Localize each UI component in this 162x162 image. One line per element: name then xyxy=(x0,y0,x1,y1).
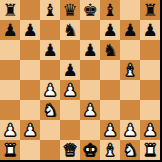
square-c7[interactable] xyxy=(40,20,60,40)
black-knight-piece: ♞ xyxy=(60,20,80,40)
square-a1[interactable]: ♜ xyxy=(0,140,20,160)
square-g7[interactable]: ♟ xyxy=(120,20,140,40)
square-e4[interactable] xyxy=(80,80,100,100)
chess-board: ♜♝♛♚♝♜♟♟♞♟♟♟♟♟♞♟♝♟♟♞♟♟♟♟♟♟♜♛♚♝♞♜ xyxy=(0,0,160,160)
square-e1[interactable]: ♚ xyxy=(80,140,100,160)
square-f4[interactable] xyxy=(100,80,120,100)
square-b5[interactable] xyxy=(20,60,40,80)
square-d5[interactable]: ♟ xyxy=(60,60,80,80)
square-b8[interactable] xyxy=(20,0,40,20)
square-a2[interactable]: ♟ xyxy=(0,120,20,140)
square-h5[interactable] xyxy=(140,60,160,80)
square-h4[interactable] xyxy=(140,80,160,100)
square-c5[interactable] xyxy=(40,60,60,80)
white-bishop-piece: ♝ xyxy=(120,60,140,80)
square-f7[interactable]: ♟ xyxy=(100,20,120,40)
square-a7[interactable]: ♟ xyxy=(0,20,20,40)
square-d1[interactable]: ♛ xyxy=(60,140,80,160)
square-g4[interactable] xyxy=(120,80,140,100)
square-f2[interactable]: ♟ xyxy=(100,120,120,140)
square-e6[interactable]: ♟ xyxy=(80,40,100,60)
black-pawn-piece: ♟ xyxy=(40,40,60,60)
square-d3[interactable] xyxy=(60,100,80,120)
square-a3[interactable] xyxy=(0,100,20,120)
square-h1[interactable]: ♜ xyxy=(140,140,160,160)
square-b7[interactable]: ♟ xyxy=(20,20,40,40)
white-bishop-piece: ♝ xyxy=(100,140,120,160)
square-b2[interactable]: ♟ xyxy=(20,120,40,140)
square-d8[interactable]: ♛ xyxy=(60,0,80,20)
square-g5[interactable]: ♝ xyxy=(120,60,140,80)
white-queen-piece: ♛ xyxy=(60,140,80,160)
black-pawn-piece: ♟ xyxy=(80,40,100,60)
square-d6[interactable] xyxy=(60,40,80,60)
square-g1[interactable]: ♞ xyxy=(120,140,140,160)
white-pawn-piece: ♟ xyxy=(120,120,140,140)
black-queen-piece: ♛ xyxy=(60,0,80,20)
white-pawn-piece: ♟ xyxy=(100,120,120,140)
square-e5[interactable] xyxy=(80,60,100,80)
square-c6[interactable]: ♟ xyxy=(40,40,60,60)
white-pawn-piece: ♟ xyxy=(0,120,20,140)
square-e8[interactable]: ♚ xyxy=(80,0,100,20)
square-g2[interactable]: ♟ xyxy=(120,120,140,140)
white-pawn-piece: ♟ xyxy=(40,80,60,100)
black-pawn-piece: ♟ xyxy=(120,20,140,40)
black-rook-piece: ♜ xyxy=(0,0,20,20)
black-pawn-piece: ♟ xyxy=(140,20,160,40)
square-c1[interactable] xyxy=(40,140,60,160)
square-d7[interactable]: ♞ xyxy=(60,20,80,40)
square-b3[interactable] xyxy=(20,100,40,120)
square-b4[interactable] xyxy=(20,80,40,100)
black-bishop-piece: ♝ xyxy=(40,0,60,20)
page: { "game": "chess", "position": { "fen": … xyxy=(0,0,162,162)
square-f3[interactable] xyxy=(100,100,120,120)
square-f1[interactable]: ♝ xyxy=(100,140,120,160)
square-d2[interactable] xyxy=(60,120,80,140)
square-f5[interactable] xyxy=(100,60,120,80)
square-c3[interactable]: ♞ xyxy=(40,100,60,120)
square-b6[interactable] xyxy=(20,40,40,60)
black-rook-piece: ♜ xyxy=(140,0,160,20)
square-g6[interactable] xyxy=(120,40,140,60)
black-pawn-piece: ♟ xyxy=(100,20,120,40)
square-h6[interactable] xyxy=(140,40,160,60)
black-pawn-piece: ♟ xyxy=(20,20,40,40)
black-pawn-piece: ♟ xyxy=(0,20,20,40)
square-h7[interactable]: ♟ xyxy=(140,20,160,40)
square-c4[interactable]: ♟ xyxy=(40,80,60,100)
square-a6[interactable] xyxy=(0,40,20,60)
white-pawn-piece: ♟ xyxy=(60,80,80,100)
square-a5[interactable] xyxy=(0,60,20,80)
square-f8[interactable]: ♝ xyxy=(100,0,120,20)
square-a8[interactable]: ♜ xyxy=(0,0,20,20)
square-b1[interactable] xyxy=(20,140,40,160)
white-rook-piece: ♜ xyxy=(0,140,20,160)
black-knight-piece: ♞ xyxy=(100,40,120,60)
black-king-piece: ♚ xyxy=(80,0,100,20)
black-bishop-piece: ♝ xyxy=(100,0,120,20)
square-a4[interactable] xyxy=(0,80,20,100)
square-e3[interactable]: ♟ xyxy=(80,100,100,120)
square-h8[interactable]: ♜ xyxy=(140,0,160,20)
square-e2[interactable] xyxy=(80,120,100,140)
square-h3[interactable] xyxy=(140,100,160,120)
black-pawn-piece: ♟ xyxy=(60,60,80,80)
square-h2[interactable]: ♟ xyxy=(140,120,160,140)
white-pawn-piece: ♟ xyxy=(80,100,100,120)
square-e7[interactable] xyxy=(80,20,100,40)
square-c8[interactable]: ♝ xyxy=(40,0,60,20)
square-c2[interactable] xyxy=(40,120,60,140)
white-rook-piece: ♜ xyxy=(140,140,160,160)
square-d4[interactable]: ♟ xyxy=(60,80,80,100)
square-f6[interactable]: ♞ xyxy=(100,40,120,60)
white-pawn-piece: ♟ xyxy=(20,120,40,140)
white-knight-piece: ♞ xyxy=(40,100,60,120)
square-g8[interactable] xyxy=(120,0,140,20)
white-king-piece: ♚ xyxy=(80,140,100,160)
square-g3[interactable] xyxy=(120,100,140,120)
white-knight-piece: ♞ xyxy=(120,140,140,160)
white-pawn-piece: ♟ xyxy=(140,120,160,140)
